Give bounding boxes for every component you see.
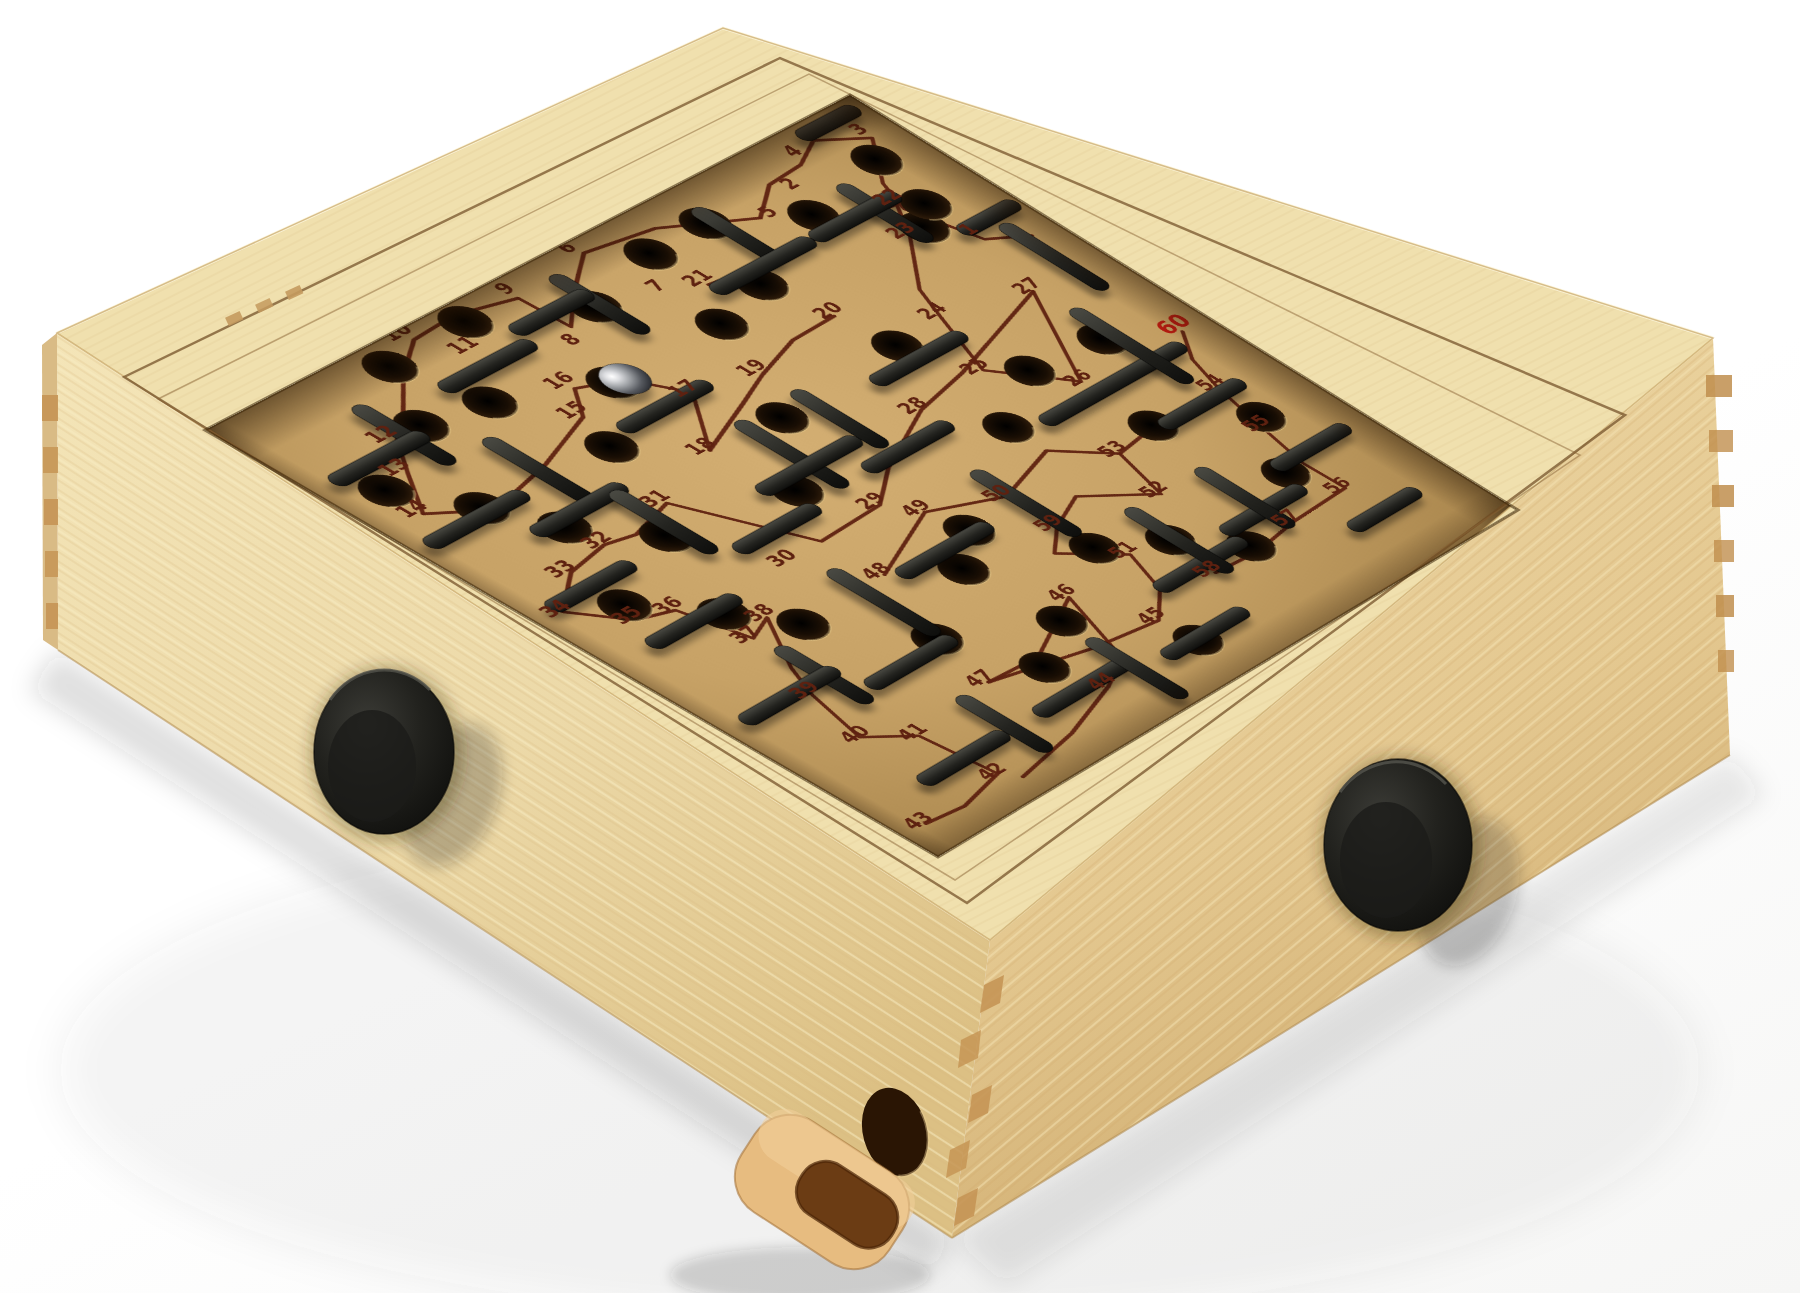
box-left-sliver bbox=[42, 333, 58, 650]
labyrinth-photo: 1234567891011121314151617181920212223242… bbox=[0, 0, 1800, 1293]
